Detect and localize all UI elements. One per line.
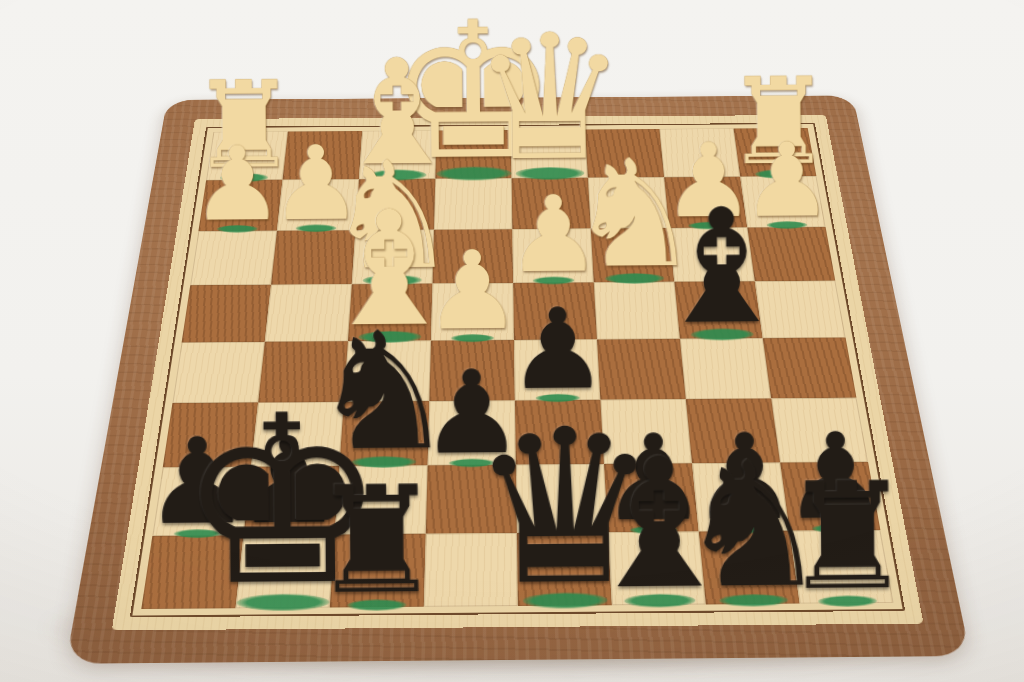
square-a5[interactable]	[763, 338, 857, 399]
black-bishop-b4[interactable]: ♝	[650, 191, 793, 342]
photo-backdrop: ♜♝♚♛♜♟♟♟♟♞♟♞♝♟♝♟♞♟♟♟♟♟♟♚♜♛♝♞♜	[0, 0, 1024, 682]
square-a8[interactable]: ♜	[790, 530, 894, 603]
black-rook-a8[interactable]: ♜	[780, 466, 913, 607]
board-maple-border: ♜♝♚♛♜♟♟♟♟♞♟♞♝♟♝♟♞♟♟♟♟♟♟♚♜♛♝♞♜	[112, 115, 924, 631]
square-h4[interactable]	[182, 285, 271, 343]
square-f8[interactable]: ♜	[330, 534, 426, 608]
square-b4[interactable]: ♝	[674, 281, 762, 339]
square-b5[interactable]	[680, 338, 771, 399]
piece-glyph: ♜	[780, 466, 913, 607]
piece-glyph: ♝	[650, 191, 793, 342]
black-rook-f8[interactable]: ♜	[309, 470, 442, 611]
square-h3[interactable]	[190, 231, 277, 286]
chess-board-3d: ♜♝♚♛♜♟♟♟♟♞♟♞♝♟♝♟♞♟♟♟♟♟♟♚♜♛♝♞♜	[66, 95, 971, 663]
board-grid: ♜♝♚♛♜♟♟♟♟♞♟♞♝♟♝♟♞♟♟♟♟♟♟♚♜♛♝♞♜	[141, 128, 893, 609]
board-inlay-line: ♜♝♚♛♜♟♟♟♟♞♟♞♝♟♝♟♞♟♟♟♟♟♟♚♜♛♝♞♜	[130, 123, 905, 618]
square-d3[interactable]: ♟	[512, 229, 593, 283]
piece-glyph: ♜	[309, 470, 442, 611]
board-walnut-frame: ♜♝♚♛♜♟♟♟♟♞♟♞♝♟♝♟♞♟♟♟♟♟♟♚♜♛♝♞♜	[66, 95, 971, 663]
